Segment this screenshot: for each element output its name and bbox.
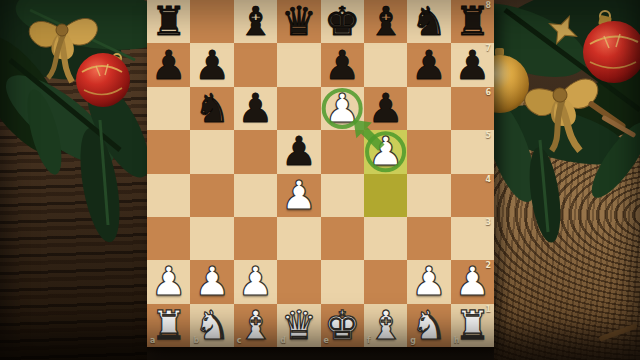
- white-knight-g1[interactable]: ♞: [407, 304, 450, 347]
- rank-label-5: 5: [485, 132, 491, 140]
- square-c8[interactable]: ♝: [234, 0, 277, 43]
- square-h7[interactable]: ♟7: [451, 43, 494, 86]
- black-pawn-g7[interactable]: ♟: [407, 43, 450, 86]
- black-rook-a8[interactable]: ♜: [147, 0, 190, 43]
- square-c3[interactable]: [234, 217, 277, 260]
- white-rook-a1[interactable]: ♜: [147, 304, 190, 347]
- square-a2[interactable]: ♟: [147, 260, 190, 303]
- black-pawn-c6[interactable]: ♟: [234, 87, 277, 130]
- square-e7[interactable]: ♟: [321, 43, 364, 86]
- red-bauble-left: [76, 53, 130, 107]
- black-bishop-f8[interactable]: ♝: [364, 0, 407, 43]
- white-rook-h1[interactable]: ♜: [451, 304, 494, 347]
- white-pawn-a2[interactable]: ♟: [147, 260, 190, 303]
- square-f6[interactable]: ♟: [364, 87, 407, 130]
- white-knight-b1[interactable]: ♞: [190, 304, 233, 347]
- square-a1[interactable]: ♜a: [147, 304, 190, 347]
- square-a6[interactable]: [147, 87, 190, 130]
- square-f8[interactable]: ♝: [364, 0, 407, 43]
- square-g4[interactable]: [407, 174, 450, 217]
- black-pawn-b7[interactable]: ♟: [190, 43, 233, 86]
- square-b5[interactable]: [190, 130, 233, 173]
- square-f4[interactable]: [364, 174, 407, 217]
- square-d4[interactable]: ♟: [277, 174, 320, 217]
- chess-board-container: ♜♝♛♚♝♞♜8♟♟♟♟♟7♞♟♟♟6♟♟5♟43♟♟♟♟♟2♜a♞b♝c♛d♚…: [147, 0, 494, 347]
- square-a4[interactable]: [147, 174, 190, 217]
- square-b7[interactable]: ♟: [190, 43, 233, 86]
- square-c7[interactable]: [234, 43, 277, 86]
- square-f5[interactable]: ♟: [364, 130, 407, 173]
- black-rook-h8[interactable]: ♜: [451, 0, 494, 43]
- square-h5[interactable]: 5: [451, 130, 494, 173]
- square-g5[interactable]: [407, 130, 450, 173]
- white-pawn-f5[interactable]: ♟: [364, 130, 407, 173]
- square-b1[interactable]: ♞b: [190, 304, 233, 347]
- square-g2[interactable]: ♟: [407, 260, 450, 303]
- black-knight-b6[interactable]: ♞: [190, 87, 233, 130]
- square-e5[interactable]: [321, 130, 364, 173]
- square-c2[interactable]: ♟: [234, 260, 277, 303]
- square-e6[interactable]: ♟: [321, 87, 364, 130]
- white-pawn-b2[interactable]: ♟: [190, 260, 233, 303]
- black-pawn-f6[interactable]: ♟: [364, 87, 407, 130]
- square-g3[interactable]: [407, 217, 450, 260]
- square-c6[interactable]: ♟: [234, 87, 277, 130]
- square-f7[interactable]: [364, 43, 407, 86]
- white-king-e1[interactable]: ♚: [321, 304, 364, 347]
- square-e8[interactable]: ♚: [321, 0, 364, 43]
- square-c4[interactable]: [234, 174, 277, 217]
- white-pawn-g2[interactable]: ♟: [407, 260, 450, 303]
- square-b8[interactable]: [190, 0, 233, 43]
- square-e2[interactable]: [321, 260, 364, 303]
- square-h2[interactable]: ♟2: [451, 260, 494, 303]
- black-pawn-h7[interactable]: ♟: [451, 43, 494, 86]
- square-e4[interactable]: [321, 174, 364, 217]
- black-pawn-a7[interactable]: ♟: [147, 43, 190, 86]
- white-pawn-e6[interactable]: ♟: [321, 87, 364, 130]
- square-f3[interactable]: [364, 217, 407, 260]
- square-b3[interactable]: [190, 217, 233, 260]
- square-e1[interactable]: ♚e: [321, 304, 364, 347]
- white-pawn-d4[interactable]: ♟: [277, 174, 320, 217]
- square-f2[interactable]: [364, 260, 407, 303]
- rank-label-6: 6: [485, 89, 491, 97]
- black-pawn-d5[interactable]: ♟: [277, 130, 320, 173]
- square-a8[interactable]: ♜: [147, 0, 190, 43]
- square-b2[interactable]: ♟: [190, 260, 233, 303]
- chess-board: ♜♝♛♚♝♞♜8♟♟♟♟♟7♞♟♟♟6♟♟5♟43♟♟♟♟♟2♜a♞b♝c♛d♚…: [147, 0, 494, 347]
- square-h6[interactable]: 6: [451, 87, 494, 130]
- square-d1[interactable]: ♛d: [277, 304, 320, 347]
- white-bishop-c1[interactable]: ♝: [234, 304, 277, 347]
- square-g1[interactable]: ♞g: [407, 304, 450, 347]
- black-queen-d8[interactable]: ♛: [277, 0, 320, 43]
- square-g7[interactable]: ♟: [407, 43, 450, 86]
- square-h4[interactable]: 4: [451, 174, 494, 217]
- white-bishop-f1[interactable]: ♝: [364, 304, 407, 347]
- square-a7[interactable]: ♟: [147, 43, 190, 86]
- white-pawn-c2[interactable]: ♟: [234, 260, 277, 303]
- black-knight-g8[interactable]: ♞: [407, 0, 450, 43]
- square-d5[interactable]: ♟: [277, 130, 320, 173]
- square-e3[interactable]: [321, 217, 364, 260]
- square-h8[interactable]: ♜8: [451, 0, 494, 43]
- square-d8[interactable]: ♛: [277, 0, 320, 43]
- square-b6[interactable]: ♞: [190, 87, 233, 130]
- square-h1[interactable]: ♜1h: [451, 304, 494, 347]
- square-f1[interactable]: ♝f: [364, 304, 407, 347]
- rank-label-3: 3: [485, 219, 491, 227]
- square-c1[interactable]: ♝c: [234, 304, 277, 347]
- square-d7[interactable]: [277, 43, 320, 86]
- black-bishop-c8[interactable]: ♝: [234, 0, 277, 43]
- square-b4[interactable]: [190, 174, 233, 217]
- rank-label-4: 4: [485, 176, 491, 184]
- square-c5[interactable]: [234, 130, 277, 173]
- white-queen-d1[interactable]: ♛: [277, 304, 320, 347]
- screenshot-root: ♜♝♛♚♝♞♜8♟♟♟♟♟7♞♟♟♟6♟♟5♟43♟♟♟♟♟2♜a♞b♝c♛d♚…: [0, 0, 640, 360]
- square-g6[interactable]: [407, 87, 450, 130]
- square-d3[interactable]: [277, 217, 320, 260]
- square-h3[interactable]: 3: [451, 217, 494, 260]
- black-pawn-e7[interactable]: ♟: [321, 43, 364, 86]
- square-d6[interactable]: [277, 87, 320, 130]
- square-g8[interactable]: ♞: [407, 0, 450, 43]
- square-a3[interactable]: [147, 217, 190, 260]
- white-pawn-h2[interactable]: ♟: [451, 260, 494, 303]
- square-d2[interactable]: [277, 260, 320, 303]
- black-king-e8[interactable]: ♚: [321, 0, 364, 43]
- square-a5[interactable]: [147, 130, 190, 173]
